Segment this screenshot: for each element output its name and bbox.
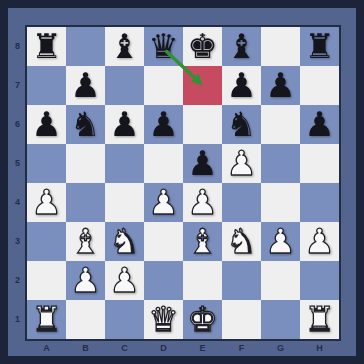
piece-white-rook[interactable]: ♜︎ [304,300,334,339]
square-e2[interactable] [183,261,222,300]
piece-black-pawn[interactable]: ♟︎ [109,105,139,144]
file-label: G [261,341,300,356]
square-f3[interactable]: ♞︎ [222,222,261,261]
square-c6[interactable]: ♟︎ [105,105,144,144]
square-e7[interactable] [183,66,222,105]
square-g6[interactable] [261,105,300,144]
square-b2[interactable]: ♟︎ [66,261,105,300]
square-d6[interactable]: ♟︎ [144,105,183,144]
square-b8[interactable] [66,27,105,66]
square-b5[interactable] [66,144,105,183]
square-e4[interactable]: ♟︎ [183,183,222,222]
square-d1[interactable]: ♛︎ [144,300,183,339]
square-a6[interactable]: ♟︎ [27,105,66,144]
square-a7[interactable] [27,66,66,105]
piece-black-pawn[interactable]: ♟︎ [148,105,178,144]
square-b3[interactable]: ♝︎ [66,222,105,261]
square-d5[interactable] [144,144,183,183]
square-a8[interactable]: ♜︎ [27,27,66,66]
file-label: H [300,341,339,356]
piece-white-pawn[interactable]: ♟︎ [304,222,334,261]
piece-white-bishop[interactable]: ♝︎ [187,222,217,261]
piece-white-knight[interactable]: ♞︎ [226,222,256,261]
square-b7[interactable]: ♟︎ [66,66,105,105]
rank-label: 6 [8,105,27,144]
square-h4[interactable] [300,183,339,222]
rank-label: 7 [8,66,27,105]
file-label: E [183,341,222,356]
square-h8[interactable]: ♜︎ [300,27,339,66]
square-d4[interactable]: ♟︎ [144,183,183,222]
square-c1[interactable] [105,300,144,339]
square-c8[interactable]: ♝︎ [105,27,144,66]
rank-label: 8 [8,27,27,66]
square-b1[interactable] [66,300,105,339]
square-d2[interactable] [144,261,183,300]
square-h2[interactable] [300,261,339,300]
square-f5[interactable]: ♟︎ [222,144,261,183]
rank-label: 5 [8,144,27,183]
square-g7[interactable]: ♟︎ [261,66,300,105]
square-e3[interactable]: ♝︎ [183,222,222,261]
rank-label: 3 [8,222,27,261]
square-e8[interactable]: ♚︎ [183,27,222,66]
piece-white-pawn[interactable]: ♟︎ [70,261,100,300]
file-label: F [222,341,261,356]
file-label: A [27,341,66,356]
square-e6[interactable] [183,105,222,144]
square-f1[interactable] [222,300,261,339]
square-g8[interactable] [261,27,300,66]
square-f2[interactable] [222,261,261,300]
square-c2[interactable]: ♟︎ [105,261,144,300]
piece-white-bishop[interactable]: ♝︎ [70,222,100,261]
square-f7[interactable]: ♟︎ [222,66,261,105]
square-f4[interactable] [222,183,261,222]
piece-black-rook[interactable]: ♜︎ [31,27,61,66]
square-a3[interactable] [27,222,66,261]
square-b6[interactable]: ♞︎ [66,105,105,144]
square-g1[interactable] [261,300,300,339]
rank-label: 2 [8,261,27,300]
square-g4[interactable] [261,183,300,222]
square-c4[interactable] [105,183,144,222]
file-labels: ABCDEFGH [27,341,339,356]
square-a1[interactable]: ♜︎ [27,300,66,339]
square-d3[interactable] [144,222,183,261]
piece-white-pawn[interactable]: ♟︎ [226,144,256,183]
chess-app-window: 87654321 ABCDEFGH ♜︎♝︎♛︎♚︎♝︎♜︎♟︎♟︎♟︎♟︎♞︎… [0,0,364,364]
square-c3[interactable]: ♞︎ [105,222,144,261]
piece-black-pawn[interactable]: ♟︎ [187,144,217,183]
square-a4[interactable]: ♟︎ [27,183,66,222]
piece-white-pawn[interactable]: ♟︎ [148,183,178,222]
square-h1[interactable]: ♜︎ [300,300,339,339]
file-label: B [66,341,105,356]
piece-black-bishop[interactable]: ♝︎ [109,27,139,66]
piece-black-king[interactable]: ♚︎ [187,27,217,66]
rank-label: 4 [8,183,27,222]
square-d7[interactable] [144,66,183,105]
piece-white-king[interactable]: ♚︎ [187,300,217,339]
piece-white-pawn[interactable]: ♟︎ [187,183,217,222]
piece-white-queen[interactable]: ♛︎ [148,300,178,339]
square-g2[interactable] [261,261,300,300]
piece-white-pawn[interactable]: ♟︎ [31,183,61,222]
square-e1[interactable]: ♚︎ [183,300,222,339]
square-h5[interactable] [300,144,339,183]
piece-black-pawn[interactable]: ♟︎ [226,66,256,105]
square-f8[interactable]: ♝︎ [222,27,261,66]
piece-black-pawn[interactable]: ♟︎ [265,66,295,105]
square-b4[interactable] [66,183,105,222]
square-c7[interactable] [105,66,144,105]
piece-black-pawn[interactable]: ♟︎ [70,66,100,105]
square-g3[interactable]: ♟︎ [261,222,300,261]
piece-white-pawn[interactable]: ♟︎ [265,222,295,261]
rank-labels: 87654321 [8,27,27,339]
rank-label: 1 [8,300,27,339]
piece-white-rook[interactable]: ♜︎ [31,300,61,339]
piece-white-pawn[interactable]: ♟︎ [109,261,139,300]
square-c5[interactable] [105,144,144,183]
square-g5[interactable] [261,144,300,183]
file-label: D [144,341,183,356]
piece-black-pawn[interactable]: ♟︎ [31,105,61,144]
square-a5[interactable] [27,144,66,183]
file-label: C [105,341,144,356]
square-h3[interactable]: ♟︎ [300,222,339,261]
square-h6[interactable]: ♟︎ [300,105,339,144]
chess-board: ♜︎♝︎♛︎♚︎♝︎♜︎♟︎♟︎♟︎♟︎♞︎♟︎♟︎♞︎♟︎♟︎♟︎♟︎♟︎♟︎… [27,27,339,339]
piece-white-knight[interactable]: ♞︎ [109,222,139,261]
square-h7[interactable] [300,66,339,105]
piece-black-pawn[interactable]: ♟︎ [304,105,334,144]
piece-black-bishop[interactable]: ♝︎ [226,27,256,66]
square-a2[interactable] [27,261,66,300]
square-d8[interactable]: ♛︎ [144,27,183,66]
piece-black-knight[interactable]: ♞︎ [226,105,256,144]
square-f6[interactable]: ♞︎ [222,105,261,144]
piece-black-queen[interactable]: ♛︎ [148,27,178,66]
piece-black-knight[interactable]: ♞︎ [70,105,100,144]
piece-black-rook[interactable]: ♜︎ [304,27,334,66]
square-e5[interactable]: ♟︎ [183,144,222,183]
